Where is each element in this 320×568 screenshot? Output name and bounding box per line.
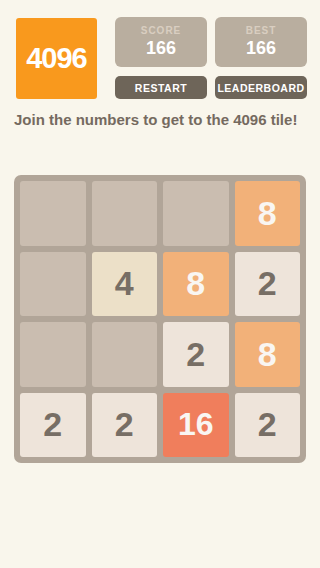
- cell-r4c1: 2: [20, 393, 86, 458]
- best-box: BEST 166: [215, 17, 307, 67]
- cell-r2c4: 2: [235, 252, 301, 317]
- app-logo: 4096: [16, 18, 97, 99]
- cell-r4c2: 2: [92, 393, 158, 458]
- cell-r4c3: 16: [163, 393, 229, 458]
- cell-r3c3: 2: [163, 322, 229, 387]
- cell-r2c3: 8: [163, 252, 229, 317]
- best-label: BEST: [246, 25, 277, 36]
- app-screen: 4096 SCORE 166 BEST 166 RESTART LEADERBO…: [0, 0, 320, 568]
- cell-r3c4: 8: [235, 322, 301, 387]
- cell-r1c3: [163, 181, 229, 246]
- score-value: 166: [146, 38, 176, 59]
- cell-r1c1: [20, 181, 86, 246]
- score-box: SCORE 166: [115, 17, 207, 67]
- cell-r1c2: [92, 181, 158, 246]
- score-label: SCORE: [141, 25, 182, 36]
- restart-button[interactable]: RESTART: [115, 76, 207, 99]
- cell-r3c1: [20, 322, 86, 387]
- cell-r1c4: 8: [235, 181, 301, 246]
- cell-r3c2: [92, 322, 158, 387]
- best-value: 166: [246, 38, 276, 59]
- cell-r2c1: [20, 252, 86, 317]
- leaderboard-button[interactable]: LEADERBOARD: [215, 76, 307, 99]
- instruction-text: Join the numbers to get to the 4096 tile…: [14, 111, 314, 128]
- game-board[interactable]: 8 4 8 2 2 8 2 2 16 2: [14, 175, 306, 463]
- cell-r4c4: 2: [235, 393, 301, 458]
- cell-r2c2: 4: [92, 252, 158, 317]
